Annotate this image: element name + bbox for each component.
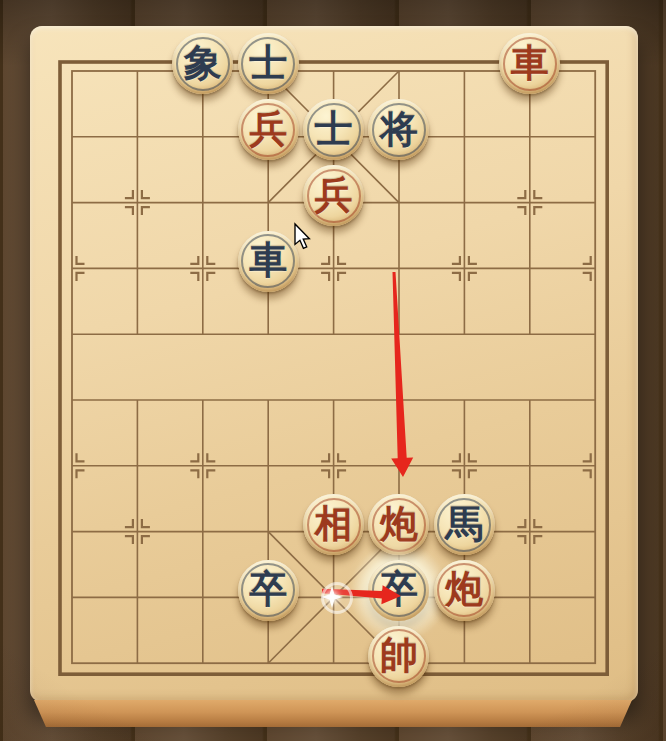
mouse-cursor [295,224,309,248]
move-from-marker [321,584,352,613]
app-background: 象士車兵士将兵車相炮馬卒卒炮帥 [0,0,666,741]
annotation-overlay [0,0,666,741]
hint-arrow-down [391,272,413,477]
